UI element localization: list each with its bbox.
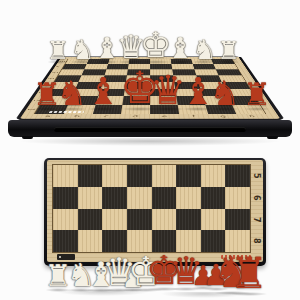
folded-square [176, 165, 201, 187]
folded-board-grid [53, 165, 250, 252]
folded-square [78, 209, 103, 231]
folded-square [53, 187, 78, 209]
ivory-rook: ♜ [47, 38, 69, 63]
folded-square [127, 187, 152, 209]
folded-square [152, 209, 177, 231]
red-rook: ♜ [230, 252, 269, 295]
coord-label: 7 [245, 213, 267, 225]
folded-board-photo: 5678 ♜♞♝♛♟♚♚♛♟♟♞♜ [0, 150, 300, 300]
folded-square [102, 230, 127, 252]
folded-square [201, 209, 226, 231]
red-bishop: ♝ [86, 73, 119, 110]
folded-square [53, 165, 78, 187]
open-board-photo: abcdefgh 87654321 ♜♞♝♛♚♝♞♜♜♞♝♚♛♝♞♜ [0, 0, 300, 150]
folded-square [176, 209, 201, 231]
ivory-rook: ♜ [218, 38, 240, 63]
folded-square [201, 165, 226, 187]
folded-square [102, 187, 127, 209]
ivory-knight: ♞ [192, 36, 216, 63]
coord-label: 6 [245, 192, 267, 204]
coord-label: e [150, 114, 180, 118]
folded-square [102, 165, 127, 187]
file-labels: abcdefgh [32, 114, 268, 118]
folded-square [78, 187, 103, 209]
coord-label: 7 [48, 66, 71, 68]
coord-label: h [237, 114, 269, 118]
coord-label: g [208, 114, 239, 118]
folded-square [201, 187, 226, 209]
folded-square [102, 209, 127, 231]
coord-label: 8 [245, 235, 267, 247]
case-handle-groove [54, 127, 246, 132]
ivory-knight: ♞ [70, 36, 94, 63]
ground-shadow [160, 292, 248, 298]
folded-square [127, 209, 152, 231]
folded-square [53, 209, 78, 231]
folded-square [152, 165, 177, 187]
folded-square [53, 230, 78, 252]
coord-label: b [61, 114, 92, 118]
folded-square [176, 187, 201, 209]
coord-label: d [120, 114, 150, 118]
coord-label: 5 [245, 170, 267, 182]
folded-square [127, 165, 152, 187]
red-rook: ♜ [243, 79, 271, 110]
red-knight: ♞ [210, 76, 240, 110]
coord-label: f [179, 114, 209, 118]
ground-shadow [56, 290, 150, 296]
folded-square [78, 165, 103, 187]
folding-case-base [8, 120, 292, 137]
coord-label: c [91, 114, 121, 118]
coord-label: a [32, 114, 64, 118]
board-drop-shadow [18, 138, 282, 146]
ivory-bishop: ♝ [167, 34, 193, 63]
folded-square [152, 187, 177, 209]
folded-rank-labels: 5678 [250, 165, 262, 252]
folded-square [78, 230, 103, 252]
red-knight: ♞ [57, 76, 87, 110]
